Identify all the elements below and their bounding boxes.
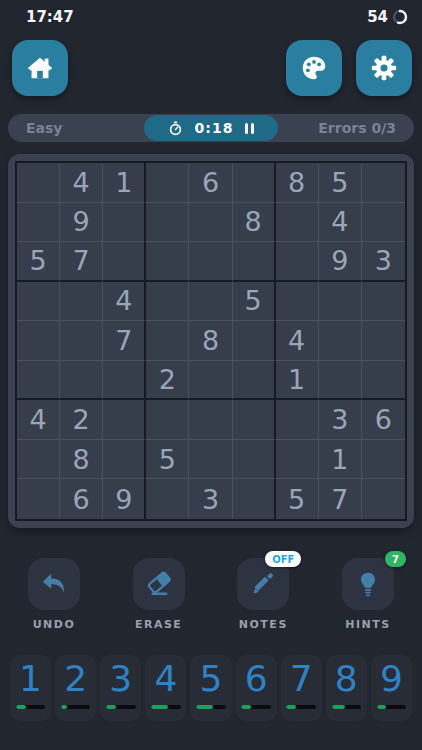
board-cell-r7c3[interactable] <box>103 400 146 440</box>
header-right-group <box>286 40 412 96</box>
pencil-icon <box>248 569 278 599</box>
board-cell-r6c1[interactable] <box>17 361 60 401</box>
numpad: 123456789 <box>10 655 412 721</box>
toolbar: UNDO ERASE <box>22 558 400 631</box>
board-cell-r2c4[interactable] <box>146 203 189 243</box>
notes-tool: NOTES OFF <box>231 558 295 631</box>
board-cell-r2c8[interactable]: 4 <box>319 203 362 243</box>
battery-circle-icon <box>392 9 408 25</box>
erase-label: ERASE <box>135 618 182 631</box>
board-cell-r3c1[interactable]: 5 <box>17 242 60 282</box>
board-cell-r9c3[interactable]: 9 <box>103 479 146 519</box>
hints-tool: HINTS 7 <box>336 558 400 631</box>
board-cell-r1c4[interactable] <box>146 163 189 203</box>
numpad-digit: 2 <box>64 657 87 701</box>
board-cell-r7c9[interactable]: 6 <box>362 400 405 440</box>
clock-time: 17:47 <box>26 8 74 26</box>
board-cell-r5c8[interactable] <box>319 321 362 361</box>
numpad-digit: 5 <box>200 657 223 701</box>
board-cell-r7c7[interactable] <box>276 400 319 440</box>
board-cell-r1c1[interactable] <box>17 163 60 203</box>
erase-tool: ERASE <box>127 558 191 631</box>
board-cell-r3c8[interactable]: 9 <box>319 242 362 282</box>
palette-icon <box>299 53 329 83</box>
digit-progress-bar <box>16 705 46 709</box>
numpad-digit: 3 <box>109 657 132 701</box>
board-cell-r9c2[interactable]: 6 <box>60 479 103 519</box>
board-cell-r5c3[interactable]: 7 <box>103 321 146 361</box>
board-cell-r1c5[interactable]: 6 <box>189 163 232 203</box>
board-cell-r9c9[interactable] <box>362 479 405 519</box>
board-cell-r1c6[interactable] <box>233 163 276 203</box>
board-cell-r3c5[interactable] <box>189 242 232 282</box>
board-cell-r4c1[interactable] <box>17 282 60 322</box>
hints-count-badge: 7 <box>385 551 406 567</box>
numpad-key-9[interactable]: 9 <box>371 655 412 721</box>
board-cell-r4c5[interactable] <box>189 282 232 322</box>
board-cell-r5c7[interactable]: 4 <box>276 321 319 361</box>
board-cell-r9c4[interactable] <box>146 479 189 519</box>
numpad-key-8[interactable]: 8 <box>326 655 367 721</box>
board-cell-r4c4[interactable] <box>146 282 189 322</box>
board-cell-r9c5[interactable]: 3 <box>189 479 232 519</box>
board-cell-r7c2[interactable]: 2 <box>60 400 103 440</box>
board-cell-r2c3[interactable] <box>103 203 146 243</box>
numpad-key-5[interactable]: 5 <box>190 655 231 721</box>
stopwatch-icon <box>168 121 183 136</box>
board-cell-r3c3[interactable] <box>103 242 146 282</box>
board-cell-r2c2[interactable]: 9 <box>60 203 103 243</box>
numpad-digit: 9 <box>380 657 403 701</box>
board-cell-r8c6[interactable] <box>233 440 276 480</box>
hints-label: HINTS <box>345 618 390 631</box>
numpad-key-2[interactable]: 2 <box>55 655 96 721</box>
board-cell-r1c9[interactable] <box>362 163 405 203</box>
numpad-digit: 7 <box>290 657 313 701</box>
undo-label: UNDO <box>33 618 76 631</box>
undo-tool: UNDO <box>22 558 86 631</box>
board-cell-r1c3[interactable]: 1 <box>103 163 146 203</box>
numpad-key-4[interactable]: 4 <box>145 655 186 721</box>
digit-progress-bar <box>106 705 136 709</box>
digit-progress-bar <box>151 705 181 709</box>
board-cell-r6c8[interactable] <box>319 361 362 401</box>
board-cell-r4c3[interactable]: 4 <box>103 282 146 322</box>
digit-progress-bar <box>61 705 91 709</box>
board-cell-r6c2[interactable] <box>60 361 103 401</box>
board-cell-r4c8[interactable] <box>319 282 362 322</box>
erase-button[interactable] <box>133 558 185 610</box>
board-cell-r3c4[interactable] <box>146 242 189 282</box>
board-cell-r5c1[interactable] <box>17 321 60 361</box>
board-cell-r5c4[interactable] <box>146 321 189 361</box>
board-cell-r4c7[interactable] <box>276 282 319 322</box>
board-cell-r4c9[interactable] <box>362 282 405 322</box>
board-cell-r7c8[interactable]: 3 <box>319 400 362 440</box>
timer-pill: 0:18 <box>144 115 278 141</box>
numpad-key-7[interactable]: 7 <box>281 655 322 721</box>
board-cell-r3c7[interactable] <box>276 242 319 282</box>
numpad-digit: 4 <box>154 657 177 701</box>
board-cell-r7c6[interactable] <box>233 400 276 440</box>
board-cell-r6c4[interactable]: 2 <box>146 361 189 401</box>
board-cell-r9c6[interactable] <box>233 479 276 519</box>
board-cell-r6c5[interactable] <box>189 361 232 401</box>
board-cell-r7c1[interactable]: 4 <box>17 400 60 440</box>
eraser-icon <box>144 569 174 599</box>
board-cell-r7c5[interactable] <box>189 400 232 440</box>
undo-button[interactable] <box>28 558 80 610</box>
board-cell-r8c4[interactable]: 5 <box>146 440 189 480</box>
board-cell-r9c7[interactable]: 5 <box>276 479 319 519</box>
board-cell-r2c1[interactable] <box>17 203 60 243</box>
board-cell-r5c6[interactable] <box>233 321 276 361</box>
board-panel: 4168598457934578421423685169357 <box>8 154 414 528</box>
board-cell-r6c7[interactable]: 1 <box>276 361 319 401</box>
board-cell-r2c7[interactable] <box>276 203 319 243</box>
theme-button[interactable] <box>286 40 342 96</box>
board-cell-r9c1[interactable] <box>17 479 60 519</box>
digit-progress-bar <box>286 705 316 709</box>
board-cell-r5c2[interactable] <box>60 321 103 361</box>
lightbulb-icon <box>353 569 383 599</box>
sudoku-grid: 4168598457934578421423685169357 <box>15 161 407 521</box>
battery-indicator: 54 <box>367 8 408 26</box>
hints-button[interactable] <box>342 558 394 610</box>
timer-value: 0:18 <box>195 120 234 136</box>
board-cell-r8c7[interactable] <box>276 440 319 480</box>
board-cell-r8c5[interactable] <box>189 440 232 480</box>
board-cell-r2c5[interactable] <box>189 203 232 243</box>
difficulty-label: Easy <box>26 120 62 136</box>
numpad-digit: 8 <box>335 657 358 701</box>
sudoku-app: 17:47 54 <box>0 0 422 750</box>
home-icon <box>25 53 55 83</box>
board-cell-r2c6[interactable]: 8 <box>233 203 276 243</box>
errors-counter: Errors 0/3 <box>318 120 396 136</box>
board-cell-r8c3[interactable] <box>103 440 146 480</box>
board-cell-r7c4[interactable] <box>146 400 189 440</box>
digit-progress-bar <box>377 705 407 709</box>
board-cell-r8c8[interactable]: 1 <box>319 440 362 480</box>
notes-off-badge: OFF <box>265 551 301 567</box>
numpad-key-1[interactable]: 1 <box>10 655 51 721</box>
status-bar: 17:47 54 <box>0 0 422 26</box>
settings-button[interactable] <box>356 40 412 96</box>
numpad-key-3[interactable]: 3 <box>100 655 141 721</box>
board-cell-r1c2[interactable]: 4 <box>60 163 103 203</box>
battery-percent: 54 <box>367 8 388 26</box>
board-cell-r1c7[interactable]: 8 <box>276 163 319 203</box>
board-cell-r8c1[interactable] <box>17 440 60 480</box>
board-cell-r9c8[interactable]: 7 <box>319 479 362 519</box>
home-button[interactable] <box>12 40 68 96</box>
board-cell-r6c6[interactable] <box>233 361 276 401</box>
digit-progress-bar <box>241 705 271 709</box>
board-cell-r8c2[interactable]: 8 <box>60 440 103 480</box>
numpad-digit: 6 <box>245 657 268 701</box>
info-bar: Easy 0:18 Errors 0/3 <box>8 114 414 142</box>
numpad-digit: 1 <box>19 657 42 701</box>
board-cell-r6c3[interactable] <box>103 361 146 401</box>
board-cell-r5c5[interactable]: 8 <box>189 321 232 361</box>
board-cell-r1c8[interactable]: 5 <box>319 163 362 203</box>
board-cell-r4c6[interactable]: 5 <box>233 282 276 322</box>
board-cell-r3c9[interactable]: 3 <box>362 242 405 282</box>
pause-button[interactable] <box>245 123 254 134</box>
digit-progress-bar <box>196 705 226 709</box>
header <box>12 40 412 96</box>
board-cell-r4c2[interactable] <box>60 282 103 322</box>
board-cell-r2c9[interactable] <box>362 203 405 243</box>
board-cell-r8c9[interactable] <box>362 440 405 480</box>
board-cell-r6c9[interactable] <box>362 361 405 401</box>
board-cell-r3c6[interactable] <box>233 242 276 282</box>
board-cell-r3c2[interactable]: 7 <box>60 242 103 282</box>
board-cell-r5c9[interactable] <box>362 321 405 361</box>
notes-label: NOTES <box>239 618 288 631</box>
numpad-key-6[interactable]: 6 <box>236 655 277 721</box>
digit-progress-bar <box>332 705 362 709</box>
undo-icon <box>39 569 69 599</box>
gear-icon <box>369 53 399 83</box>
